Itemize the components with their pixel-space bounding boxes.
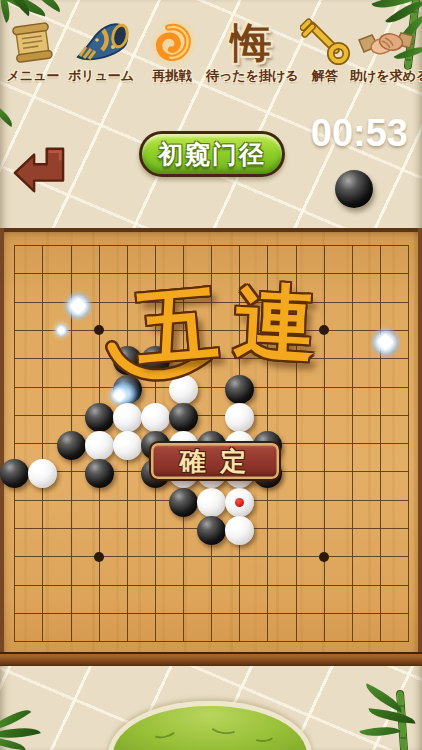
- stone-black: [169, 403, 198, 432]
- confirm-button[interactable]: 確 定: [149, 441, 281, 481]
- stone-white: [225, 403, 254, 432]
- scroll-icon: [4, 16, 62, 66]
- back-arrow-icon: [10, 140, 66, 198]
- timer-label: 00:53: [311, 112, 408, 155]
- board-edge: [418, 228, 422, 654]
- grid-line: [14, 245, 409, 246]
- sparkle-effect: [370, 327, 401, 358]
- level-banner-label: 初窥门径: [158, 138, 266, 171]
- sparkle-effect: [54, 323, 69, 338]
- grid-line: [14, 613, 409, 614]
- grid-line: [14, 585, 409, 586]
- grass-mound: [108, 701, 312, 750]
- stone-black: [85, 459, 114, 488]
- toolbar-item-label: 待ったを掛ける: [206, 67, 296, 85]
- toolbar-item-undo[interactable]: 悔 待ったを掛ける: [206, 16, 296, 85]
- stone-white: [28, 459, 57, 488]
- kanji-regret-icon: 悔: [206, 16, 296, 66]
- toolbar-item-label: 解答: [300, 67, 350, 85]
- star-point: [94, 325, 104, 335]
- toolbar-item-volume[interactable]: ボリューム: [64, 16, 138, 85]
- toolbar-item-help[interactable]: 助けを求める: [350, 16, 422, 85]
- key-icon: [300, 16, 350, 66]
- stone-white: [113, 403, 142, 432]
- win-text-ren: 連: [232, 281, 318, 367]
- star-point: [319, 325, 329, 335]
- toolbar-item-answer[interactable]: 解答: [300, 16, 350, 85]
- toolbar: メニュー ボリューム 再挑戦: [0, 0, 422, 92]
- star-point: [319, 552, 329, 562]
- grid-line: [14, 641, 409, 642]
- level-banner: 初窥门径: [139, 131, 285, 177]
- stone-white: [197, 488, 226, 517]
- game-screen: メニュー ボリューム 再挑戦: [0, 0, 422, 750]
- stone-black: [57, 431, 86, 460]
- toolbar-item-label: 助けを求める: [350, 67, 422, 85]
- win-text-five: 五: [133, 283, 222, 372]
- grid-line: [14, 415, 409, 416]
- stone-black: [169, 488, 198, 517]
- horn-icon: [64, 16, 138, 66]
- back-button[interactable]: [10, 140, 66, 198]
- stone-white: [225, 488, 254, 517]
- stone-black: [225, 375, 254, 404]
- handshake-icon: [350, 16, 422, 66]
- swirl-icon: [146, 16, 198, 66]
- stone-white: [85, 431, 114, 460]
- grid-line: [14, 556, 409, 557]
- toolbar-item-menu[interactable]: メニュー: [4, 16, 62, 85]
- stone-white: [141, 403, 170, 432]
- game-board[interactable]: 五 連 確 定: [0, 228, 422, 666]
- board-edge: [0, 652, 422, 666]
- board-edge: [0, 228, 4, 654]
- stone-black: [85, 403, 114, 432]
- sparkle-effect: [63, 291, 93, 321]
- last-move-dot: [235, 498, 244, 507]
- stone-black: [0, 459, 29, 488]
- stone-white: [225, 516, 254, 545]
- board-edge: [0, 228, 422, 232]
- toolbar-item-label: ボリューム: [64, 67, 138, 85]
- star-point: [94, 552, 104, 562]
- toolbar-item-retry[interactable]: 再挑戦: [146, 16, 198, 85]
- confirm-button-label: 確 定: [180, 444, 251, 479]
- stone-black: [197, 516, 226, 545]
- grid-line: [14, 273, 409, 274]
- toolbar-item-label: メニュー: [4, 67, 62, 85]
- stone-white: [113, 431, 142, 460]
- turn-indicator-stone: [335, 170, 373, 208]
- toolbar-item-label: 再挑戦: [146, 67, 198, 85]
